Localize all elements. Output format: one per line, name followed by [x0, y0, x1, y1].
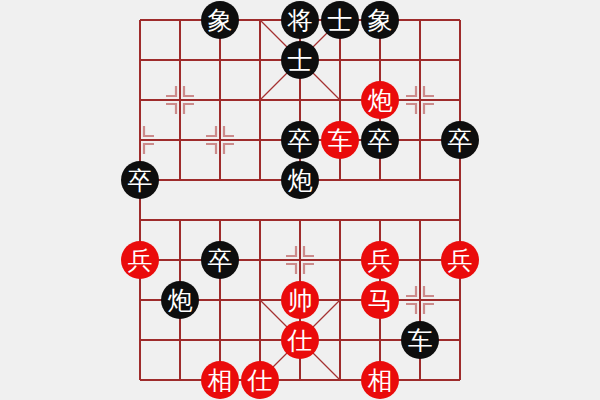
- piece-red-soldier[interactable]: 兵: [441, 241, 479, 279]
- piece-red-elephant[interactable]: 相: [361, 361, 399, 399]
- piece-black-soldier[interactable]: 卒: [441, 121, 479, 159]
- piece-red-advisor[interactable]: 仕: [241, 361, 279, 399]
- piece-black-soldier[interactable]: 卒: [121, 161, 159, 199]
- piece-black-elephant[interactable]: 象: [361, 1, 399, 39]
- piece-red-general[interactable]: 帅: [281, 281, 319, 319]
- piece-red-horse[interactable]: 马: [361, 281, 399, 319]
- piece-black-cannon[interactable]: 炮: [281, 161, 319, 199]
- piece-red-advisor[interactable]: 仕: [281, 321, 319, 359]
- piece-red-cannon[interactable]: 炮: [361, 81, 399, 119]
- piece-black-soldier[interactable]: 卒: [201, 241, 239, 279]
- piece-black-chariot[interactable]: 车: [401, 321, 439, 359]
- piece-black-cannon[interactable]: 炮: [161, 281, 199, 319]
- piece-black-general[interactable]: 将: [281, 1, 319, 39]
- piece-red-soldier[interactable]: 兵: [121, 241, 159, 279]
- piece-red-chariot[interactable]: 车: [321, 121, 359, 159]
- piece-black-advisor[interactable]: 士: [281, 41, 319, 79]
- piece-black-elephant[interactable]: 象: [201, 1, 239, 39]
- piece-black-advisor[interactable]: 士: [321, 1, 359, 39]
- xiangqi-board: 象将士象士炮卒车卒卒卒炮兵卒兵兵炮帅马仕车相仕相: [0, 0, 600, 400]
- pieces-layer: 象将士象士炮卒车卒卒卒炮兵卒兵兵炮帅马仕车相仕相: [120, 0, 480, 400]
- piece-red-elephant[interactable]: 相: [201, 361, 239, 399]
- piece-black-soldier[interactable]: 卒: [361, 121, 399, 159]
- piece-black-soldier[interactable]: 卒: [281, 121, 319, 159]
- piece-red-soldier[interactable]: 兵: [361, 241, 399, 279]
